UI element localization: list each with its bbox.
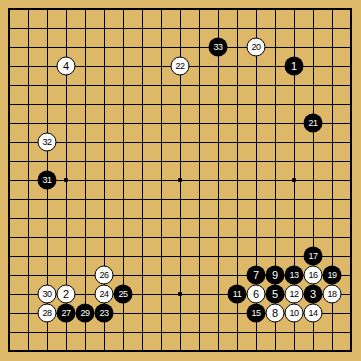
stone-black-move-33[interactable]: 33	[209, 38, 228, 57]
grid-line-horizontal-18	[8, 332, 352, 333]
move-number-label: 20	[251, 43, 260, 52]
move-number-label: 28	[42, 309, 51, 318]
stone-black-move-23[interactable]: 23	[95, 304, 114, 323]
move-number-label: 17	[308, 252, 317, 261]
move-number-label: 31	[42, 176, 51, 185]
stone-white-move-24[interactable]: 24	[95, 285, 114, 304]
move-number-label: 24	[99, 290, 108, 299]
go-board[interactable]: 1234567891011121314151617181920212223242…	[0, 0, 361, 361]
move-number-label: 15	[251, 309, 260, 318]
stone-white-move-2[interactable]: 2	[57, 285, 76, 304]
move-number-label: 33	[213, 43, 222, 52]
grid-line-vertical-19	[350, 8, 352, 352]
stone-white-move-28[interactable]: 28	[38, 304, 57, 323]
move-number-label: 7	[253, 270, 259, 281]
star-point-4-10	[64, 178, 68, 182]
stone-black-move-7[interactable]: 7	[247, 266, 266, 285]
move-number-label: 25	[118, 290, 127, 299]
move-number-label: 2	[63, 289, 69, 300]
stone-white-move-22[interactable]: 22	[171, 57, 190, 76]
stone-white-move-26[interactable]: 26	[95, 266, 114, 285]
stone-white-move-6[interactable]: 6	[247, 285, 266, 304]
grid-line-horizontal-12	[8, 218, 352, 219]
move-number-label: 19	[327, 271, 336, 280]
move-number-label: 1	[291, 61, 297, 72]
star-point-16-10	[292, 178, 296, 182]
stone-white-move-10[interactable]: 10	[285, 304, 304, 323]
move-number-label: 26	[99, 271, 108, 280]
grid-line-horizontal-19	[8, 350, 352, 352]
star-point-10-16	[178, 292, 182, 296]
stone-black-move-15[interactable]: 15	[247, 304, 266, 323]
stone-white-move-20[interactable]: 20	[247, 38, 266, 57]
grid-line-horizontal-11	[8, 199, 352, 200]
move-number-label: 12	[289, 290, 298, 299]
stone-white-move-8[interactable]: 8	[266, 304, 285, 323]
stone-black-move-25[interactable]: 25	[114, 285, 133, 304]
move-number-label: 6	[253, 289, 259, 300]
move-number-label: 9	[272, 270, 278, 281]
stone-white-move-14[interactable]: 14	[304, 304, 323, 323]
move-number-label: 29	[80, 309, 89, 318]
move-number-label: 16	[308, 271, 317, 280]
grid-line-horizontal-14	[8, 256, 352, 257]
stone-black-move-27[interactable]: 27	[57, 304, 76, 323]
move-number-label: 4	[63, 61, 69, 72]
move-number-label: 5	[272, 289, 278, 300]
move-number-label: 8	[272, 308, 278, 319]
stone-white-move-16[interactable]: 16	[304, 266, 323, 285]
stone-white-move-30[interactable]: 30	[38, 285, 57, 304]
move-number-label: 22	[175, 62, 184, 71]
stone-white-move-12[interactable]: 12	[285, 285, 304, 304]
stone-black-move-17[interactable]: 17	[304, 247, 323, 266]
grid-line-horizontal-13	[8, 237, 352, 238]
stone-black-move-11[interactable]: 11	[228, 285, 247, 304]
move-number-label: 32	[42, 138, 51, 147]
stone-black-move-21[interactable]: 21	[304, 114, 323, 133]
stone-black-move-5[interactable]: 5	[266, 285, 285, 304]
stone-white-move-32[interactable]: 32	[38, 133, 57, 152]
stone-black-move-19[interactable]: 19	[323, 266, 342, 285]
grid-line-vertical-11	[199, 8, 200, 352]
move-number-label: 13	[289, 271, 298, 280]
grid-line-vertical-12	[218, 8, 219, 352]
stone-white-move-4[interactable]: 4	[57, 57, 76, 76]
move-number-label: 23	[99, 309, 108, 318]
move-number-label: 11	[233, 290, 241, 299]
move-number-label: 10	[289, 309, 298, 318]
move-number-label: 27	[61, 309, 70, 318]
stone-black-move-3[interactable]: 3	[304, 285, 323, 304]
stone-black-move-31[interactable]: 31	[38, 171, 57, 190]
stone-black-move-13[interactable]: 13	[285, 266, 304, 285]
move-number-label: 21	[308, 119, 317, 128]
stone-black-move-29[interactable]: 29	[76, 304, 95, 323]
move-number-label: 14	[308, 309, 317, 318]
move-number-label: 3	[310, 289, 316, 300]
move-number-label: 18	[327, 290, 336, 299]
star-point-10-10	[178, 178, 182, 182]
move-number-label: 30	[42, 290, 51, 299]
stone-black-move-9[interactable]: 9	[266, 266, 285, 285]
stone-white-move-18[interactable]: 18	[323, 285, 342, 304]
stone-black-move-1[interactable]: 1	[285, 57, 304, 76]
